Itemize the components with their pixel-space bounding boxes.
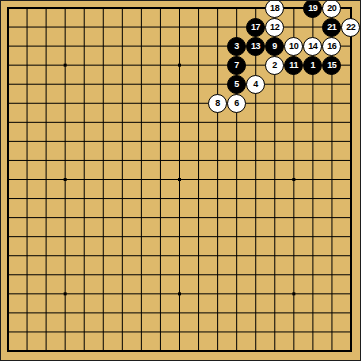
move-number-label: 1 bbox=[310, 60, 315, 69]
move-number-label: 19 bbox=[308, 3, 317, 12]
stone-black-1[interactable]: 1 bbox=[303, 56, 322, 75]
move-number-label: 9 bbox=[272, 41, 277, 50]
stone-white-12[interactable]: 12 bbox=[265, 18, 284, 37]
move-number-label: 7 bbox=[234, 60, 239, 69]
stone-white-22[interactable]: 22 bbox=[341, 18, 360, 37]
move-number-label: 18 bbox=[270, 3, 279, 12]
stone-white-16[interactable]: 16 bbox=[322, 37, 341, 56]
go-board[interactable]: 12345678910111213141516171819202122 bbox=[0, 0, 361, 361]
move-number-label: 2 bbox=[272, 60, 277, 69]
move-number-label: 8 bbox=[215, 98, 220, 107]
stone-black-13[interactable]: 13 bbox=[246, 37, 265, 56]
stones-layer: 12345678910111213141516171819202122 bbox=[0, 0, 360, 360]
move-number-label: 22 bbox=[346, 22, 355, 31]
move-number-label: 10 bbox=[289, 41, 298, 50]
move-number-label: 21 bbox=[327, 22, 336, 31]
move-number-label: 13 bbox=[251, 41, 260, 50]
move-number-label: 17 bbox=[251, 22, 260, 31]
go-diagram: 12345678910111213141516171819202122 bbox=[0, 0, 361, 361]
stone-white-18[interactable]: 18 bbox=[265, 0, 284, 18]
stone-white-4[interactable]: 4 bbox=[246, 75, 265, 94]
stone-white-6[interactable]: 6 bbox=[227, 94, 246, 113]
stone-black-19[interactable]: 19 bbox=[303, 0, 322, 18]
move-number-label: 15 bbox=[327, 60, 336, 69]
move-number-label: 12 bbox=[270, 22, 279, 31]
move-number-label: 4 bbox=[253, 79, 258, 88]
stone-white-10[interactable]: 10 bbox=[284, 37, 303, 56]
stone-black-11[interactable]: 11 bbox=[284, 56, 303, 75]
stone-white-2[interactable]: 2 bbox=[265, 56, 284, 75]
move-number-label: 20 bbox=[327, 3, 336, 12]
move-number-label: 11 bbox=[289, 60, 298, 69]
move-number-label: 14 bbox=[308, 41, 317, 50]
move-number-label: 5 bbox=[234, 79, 239, 88]
stone-black-3[interactable]: 3 bbox=[227, 37, 246, 56]
stone-white-8[interactable]: 8 bbox=[208, 94, 227, 113]
move-number-label: 16 bbox=[327, 41, 336, 50]
move-number-label: 3 bbox=[234, 41, 239, 50]
stone-white-20[interactable]: 20 bbox=[322, 0, 341, 18]
stone-black-7[interactable]: 7 bbox=[227, 56, 246, 75]
stone-black-17[interactable]: 17 bbox=[246, 18, 265, 37]
move-number-label: 6 bbox=[234, 98, 239, 107]
stone-black-9[interactable]: 9 bbox=[265, 37, 284, 56]
stone-black-21[interactable]: 21 bbox=[322, 18, 341, 37]
stone-black-15[interactable]: 15 bbox=[322, 56, 341, 75]
stone-white-14[interactable]: 14 bbox=[303, 37, 322, 56]
stone-black-5[interactable]: 5 bbox=[227, 75, 246, 94]
